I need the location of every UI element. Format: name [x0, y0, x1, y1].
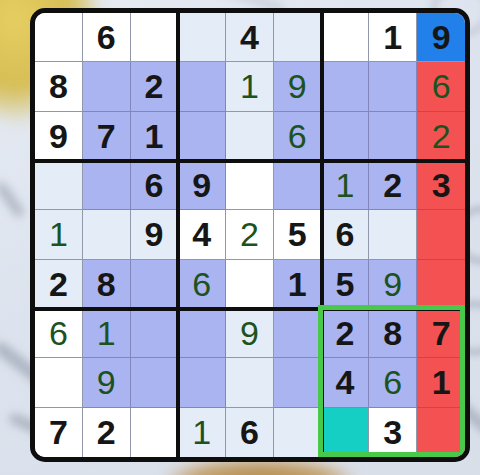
cell-r6c5[interactable] — [226, 260, 274, 309]
cell-r3c8[interactable] — [369, 112, 417, 161]
cell-r7c2[interactable]: 1 — [83, 309, 131, 358]
cell-r4c5[interactable] — [226, 161, 274, 210]
box-line-horizontal-1 — [35, 159, 465, 163]
cell-r2c9[interactable]: 6 — [417, 62, 465, 111]
cell-r6c7[interactable]: 5 — [322, 260, 370, 309]
cell-r6c2[interactable]: 8 — [83, 260, 131, 309]
cell-r4c7[interactable]: 1 — [322, 161, 370, 210]
cell-r3c6[interactable]: 6 — [274, 112, 322, 161]
sudoku-grid: 6419821969716269123194256286159619287946… — [35, 13, 465, 457]
box-line-horizontal-2 — [35, 307, 465, 311]
cell-r6c1[interactable]: 2 — [35, 260, 83, 309]
cell-r9c1[interactable]: 7 — [35, 408, 83, 457]
cell-r4c8[interactable]: 2 — [369, 161, 417, 210]
cell-r8c7[interactable]: 4 — [322, 358, 370, 407]
cell-r8c3[interactable] — [131, 358, 179, 407]
cell-r4c2[interactable] — [83, 161, 131, 210]
cell-r9c7[interactable] — [322, 408, 370, 457]
cell-r7c7[interactable]: 2 — [322, 309, 370, 358]
cell-r1c3[interactable] — [131, 13, 179, 62]
cell-r3c5[interactable] — [226, 112, 274, 161]
cell-r1c5[interactable]: 4 — [226, 13, 274, 62]
cell-r4c9[interactable]: 3 — [417, 161, 465, 210]
cell-r2c8[interactable] — [369, 62, 417, 111]
cell-r8c6[interactable] — [274, 358, 322, 407]
cell-r8c4[interactable] — [178, 358, 226, 407]
cell-r9c4[interactable]: 1 — [178, 408, 226, 457]
cell-r8c9[interactable]: 1 — [417, 358, 465, 407]
cell-r4c1[interactable] — [35, 161, 83, 210]
cell-r1c1[interactable] — [35, 13, 83, 62]
sudoku-board: 6419821969716269123194256286159619287946… — [30, 8, 470, 462]
cell-r5c2[interactable] — [83, 210, 131, 259]
cell-r8c5[interactable] — [226, 358, 274, 407]
box-line-vertical-2 — [320, 13, 324, 457]
cell-r2c5[interactable]: 1 — [226, 62, 274, 111]
cell-r6c4[interactable]: 6 — [178, 260, 226, 309]
cell-r3c9[interactable]: 2 — [417, 112, 465, 161]
cell-r2c2[interactable] — [83, 62, 131, 111]
cell-r5c3[interactable]: 9 — [131, 210, 179, 259]
screen: { "game": "sudoku", "position": "0600400… — [0, 0, 480, 475]
cell-r8c1[interactable] — [35, 358, 83, 407]
cell-r5c5[interactable]: 2 — [226, 210, 274, 259]
cell-r6c9[interactable] — [417, 260, 465, 309]
cell-r3c2[interactable]: 7 — [83, 112, 131, 161]
cell-r7c5[interactable]: 9 — [226, 309, 274, 358]
cell-r2c7[interactable] — [322, 62, 370, 111]
cell-r4c4[interactable]: 9 — [178, 161, 226, 210]
cell-r1c9[interactable]: 9 — [417, 13, 465, 62]
cell-r7c4[interactable] — [178, 309, 226, 358]
cell-r5c9[interactable] — [417, 210, 465, 259]
cell-r4c6[interactable] — [274, 161, 322, 210]
cell-r6c8[interactable]: 9 — [369, 260, 417, 309]
cell-r7c6[interactable] — [274, 309, 322, 358]
box-line-vertical-1 — [176, 13, 180, 457]
cell-r5c6[interactable]: 5 — [274, 210, 322, 259]
cell-r7c3[interactable] — [131, 309, 179, 358]
cell-r9c3[interactable] — [131, 408, 179, 457]
cell-r3c3[interactable]: 1 — [131, 112, 179, 161]
cell-r2c3[interactable]: 2 — [131, 62, 179, 111]
cell-r5c7[interactable]: 6 — [322, 210, 370, 259]
cell-r1c2[interactable]: 6 — [83, 13, 131, 62]
cell-r1c8[interactable]: 1 — [369, 13, 417, 62]
cell-r3c1[interactable]: 9 — [35, 112, 83, 161]
background-streak — [0, 181, 25, 219]
cell-r9c8[interactable]: 3 — [369, 408, 417, 457]
cell-r9c2[interactable]: 2 — [83, 408, 131, 457]
cell-r5c1[interactable]: 1 — [35, 210, 83, 259]
cell-r9c6[interactable] — [274, 408, 322, 457]
cell-r3c4[interactable] — [178, 112, 226, 161]
cell-r7c8[interactable]: 8 — [369, 309, 417, 358]
cell-r7c9[interactable]: 7 — [417, 309, 465, 358]
cell-r2c1[interactable]: 8 — [35, 62, 83, 111]
cell-r1c7[interactable] — [322, 13, 370, 62]
cell-r5c4[interactable]: 4 — [178, 210, 226, 259]
cell-r2c4[interactable] — [178, 62, 226, 111]
cell-r2c6[interactable]: 9 — [274, 62, 322, 111]
cell-r1c6[interactable] — [274, 13, 322, 62]
cell-r1c4[interactable] — [178, 13, 226, 62]
cell-r6c3[interactable] — [131, 260, 179, 309]
cell-r9c9[interactable] — [417, 408, 465, 457]
cell-r8c2[interactable]: 9 — [83, 358, 131, 407]
cell-r7c1[interactable]: 6 — [35, 309, 83, 358]
cell-r8c8[interactable]: 6 — [369, 358, 417, 407]
cell-r5c8[interactable] — [369, 210, 417, 259]
cell-r6c6[interactable]: 1 — [274, 260, 322, 309]
cell-r4c3[interactable]: 6 — [131, 161, 179, 210]
cell-r9c5[interactable]: 6 — [226, 408, 274, 457]
cell-r3c7[interactable] — [322, 112, 370, 161]
